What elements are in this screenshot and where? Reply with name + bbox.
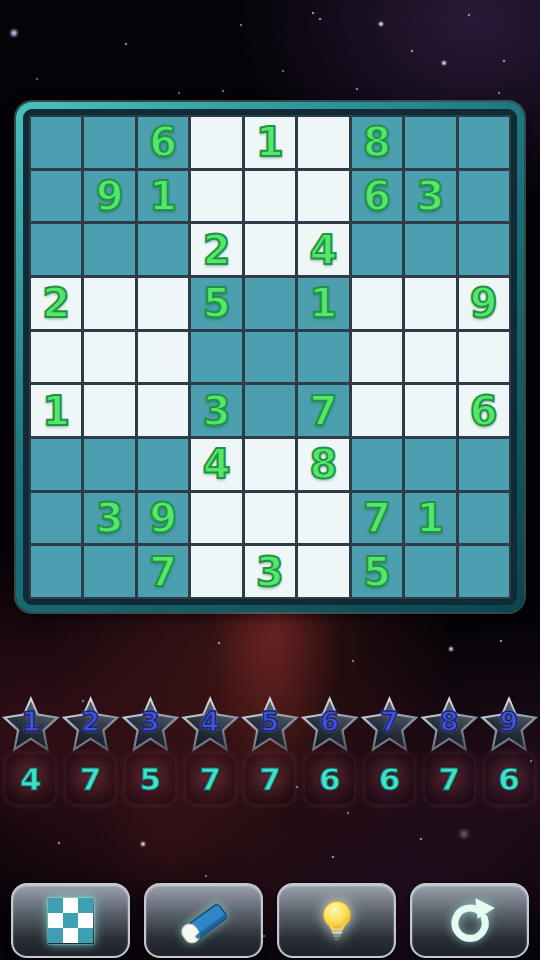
cell-r3c4[interactable]: 2 [191,224,241,275]
cell-r9c7[interactable]: 5 [352,546,402,597]
cell-r7c6[interactable]: 8 [298,439,348,490]
checkerboard-icon [48,898,94,944]
number-button-4[interactable]: 4 [181,696,239,754]
given-digit: 3 [203,391,231,431]
number-label: 9 [480,708,538,735]
remaining-count-7: 6 [365,754,414,804]
cell-r9c3[interactable]: 7 [138,546,188,597]
given-digit: 2 [42,283,70,323]
given-digit: 6 [470,391,498,431]
number-label: 4 [181,708,239,735]
cell-r9c4[interactable] [191,546,241,597]
cell-r1c1[interactable] [31,117,81,168]
cell-r7c9[interactable] [459,439,509,490]
number-label: 2 [62,708,120,735]
cell-r9c5[interactable]: 3 [245,546,295,597]
cell-r4c2[interactable] [84,278,134,329]
cell-r5c1[interactable] [31,332,81,383]
remaining-count-label: 4 [20,764,42,795]
cell-r8c3[interactable]: 9 [138,493,188,544]
remaining-count-label: 7 [438,764,460,795]
cell-r3c2[interactable] [84,224,134,275]
remaining-count-label: 7 [199,764,221,795]
cell-r8c9[interactable] [459,493,509,544]
cell-r3c9[interactable] [459,224,509,275]
cell-r9c6[interactable] [298,546,348,597]
cell-r5c4[interactable] [191,332,241,383]
cell-r4c6[interactable]: 1 [298,278,348,329]
remaining-count-label: 7 [80,764,102,795]
remaining-count-3: 5 [126,754,175,804]
sudoku-board: 61891632425191376483971735 [23,109,517,605]
cell-r4c9[interactable]: 9 [459,278,509,329]
cell-r5c6[interactable] [298,332,348,383]
cell-r8c7[interactable]: 7 [352,493,402,544]
cell-r7c8[interactable] [405,439,455,490]
number-button-9[interactable]: 9 [480,696,538,754]
number-button-8[interactable]: 8 [420,696,478,754]
eraser-button[interactable] [144,883,263,958]
toolbar [0,883,540,960]
given-digit: 8 [310,444,338,484]
given-digit: 4 [310,230,338,270]
cell-r3c8[interactable] [405,224,455,275]
remaining-counts-row: 475776676 [0,752,540,806]
pattern-button[interactable] [11,883,130,958]
number-label: 5 [241,708,299,735]
restart-button[interactable] [410,883,529,958]
cell-r1c4[interactable] [191,117,241,168]
number-label: 3 [121,708,179,735]
cell-r8c6[interactable] [298,493,348,544]
eraser-icon [178,895,230,947]
given-digit: 9 [470,283,498,323]
cell-r6c7[interactable] [352,385,402,436]
cell-r9c1[interactable] [31,546,81,597]
given-digit: 9 [149,498,177,538]
given-digit: 6 [363,176,391,216]
cell-r6c8[interactable] [405,385,455,436]
cell-r2c3[interactable]: 1 [138,171,188,222]
given-digit: 1 [149,176,177,216]
given-digit: 7 [363,498,391,538]
number-label: 7 [360,708,418,735]
cell-r7c7[interactable] [352,439,402,490]
cell-r1c3[interactable]: 6 [138,117,188,168]
number-label: 6 [301,708,359,735]
cell-r7c4[interactable]: 4 [191,439,241,490]
cell-r5c8[interactable] [405,332,455,383]
cell-r6c3[interactable] [138,385,188,436]
given-digit: 6 [149,122,177,162]
cell-r4c1[interactable]: 2 [31,278,81,329]
cell-r2c4[interactable] [191,171,241,222]
given-digit: 3 [96,498,124,538]
remaining-count-8: 7 [425,754,474,804]
cell-r7c5[interactable] [245,439,295,490]
cell-r1c9[interactable] [459,117,509,168]
remaining-count-6: 6 [305,754,354,804]
number-button-7[interactable]: 7 [360,696,418,754]
given-digit: 5 [363,552,391,592]
cell-r5c3[interactable] [138,332,188,383]
cell-r6c5[interactable] [245,385,295,436]
given-digit: 1 [256,122,284,162]
cell-r2c6[interactable] [298,171,348,222]
cell-r6c2[interactable] [84,385,134,436]
given-digit: 7 [149,552,177,592]
given-digit: 7 [310,391,338,431]
sudoku-board-frame: 61891632425191376483971735 [16,102,524,612]
cell-r4c7[interactable] [352,278,402,329]
cell-r3c7[interactable] [352,224,402,275]
cell-r1c7[interactable]: 8 [352,117,402,168]
number-button-6[interactable]: 6 [301,696,359,754]
given-digit: 4 [203,444,231,484]
given-digit: 1 [310,283,338,323]
cell-r2c7[interactable]: 6 [352,171,402,222]
number-button-2[interactable]: 2 [62,696,120,754]
number-button-1[interactable]: 1 [2,696,60,754]
cell-r4c4[interactable]: 5 [191,278,241,329]
cell-r4c3[interactable] [138,278,188,329]
number-label: 8 [420,708,478,735]
restart-icon [444,895,496,947]
cell-r2c8[interactable]: 3 [405,171,455,222]
hint-button[interactable] [277,883,396,958]
cell-r4c5[interactable] [245,278,295,329]
cell-r6c9[interactable]: 6 [459,385,509,436]
number-label: 1 [2,708,60,735]
cell-r8c2[interactable]: 3 [84,493,134,544]
cell-r1c5[interactable]: 1 [245,117,295,168]
cell-r8c5[interactable] [245,493,295,544]
given-digit: 5 [203,283,231,323]
remaining-count-label: 6 [319,764,341,795]
cell-r8c8[interactable]: 1 [405,493,455,544]
cell-r8c4[interactable] [191,493,241,544]
number-selector-row: 123456789 [0,694,540,756]
given-digit: 3 [416,176,444,216]
cell-r7c3[interactable] [138,439,188,490]
cell-r5c2[interactable] [84,332,134,383]
given-digit: 8 [363,122,391,162]
given-digit: 9 [96,176,124,216]
given-digit: 3 [256,552,284,592]
cell-r1c2[interactable] [84,117,134,168]
remaining-count-9: 6 [485,754,534,804]
cell-r6c6[interactable]: 7 [298,385,348,436]
cell-r3c5[interactable] [245,224,295,275]
lightbulb-icon [312,896,362,946]
remaining-count-1: 4 [6,754,55,804]
cell-r2c9[interactable] [459,171,509,222]
cell-r4c8[interactable] [405,278,455,329]
remaining-count-label: 6 [379,764,401,795]
given-digit: 2 [203,230,231,270]
cell-r9c2[interactable] [84,546,134,597]
given-digit: 1 [42,391,70,431]
remaining-count-4: 7 [186,754,235,804]
cell-r2c1[interactable] [31,171,81,222]
app-screen: 61891632425191376483971735 123456789 475… [0,0,540,960]
sudoku-grid: 61891632425191376483971735 [29,115,511,599]
cell-r5c9[interactable] [459,332,509,383]
cell-r2c5[interactable] [245,171,295,222]
cell-r3c3[interactable] [138,224,188,275]
cell-r9c9[interactable] [459,546,509,597]
cell-r8c1[interactable] [31,493,81,544]
cell-r1c6[interactable] [298,117,348,168]
cell-r3c6[interactable]: 4 [298,224,348,275]
cell-r7c1[interactable] [31,439,81,490]
cell-r1c8[interactable] [405,117,455,168]
remaining-count-2: 7 [66,754,115,804]
cell-r2c2[interactable]: 9 [84,171,134,222]
cell-r5c7[interactable] [352,332,402,383]
cell-r9c8[interactable] [405,546,455,597]
number-button-3[interactable]: 3 [121,696,179,754]
remaining-count-label: 7 [259,764,281,795]
cell-r6c4[interactable]: 3 [191,385,241,436]
remaining-count-label: 5 [140,764,162,795]
remaining-count-5: 7 [245,754,294,804]
number-button-5[interactable]: 5 [241,696,299,754]
cell-r6c1[interactable]: 1 [31,385,81,436]
given-digit: 1 [416,498,444,538]
cell-r3c1[interactable] [31,224,81,275]
cell-r5c5[interactable] [245,332,295,383]
cell-r7c2[interactable] [84,439,134,490]
remaining-count-label: 6 [498,764,520,795]
